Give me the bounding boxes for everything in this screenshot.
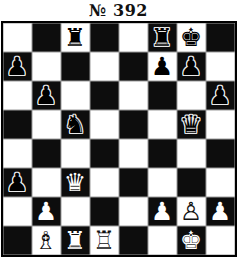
square-f8: ♜ (148, 23, 177, 52)
square-a1 (3, 226, 32, 255)
square-g7: ♟ (177, 52, 206, 81)
white-pawn-piece: ♟ (151, 197, 173, 226)
square-c4 (61, 139, 90, 168)
white-queen-piece: ♛ (64, 168, 86, 197)
square-g4 (177, 139, 206, 168)
square-b7 (32, 52, 61, 81)
square-d3 (90, 168, 119, 197)
black-rook-piece: ♜ (64, 23, 86, 52)
square-h2: ♟ (206, 197, 235, 226)
square-c6 (61, 81, 90, 110)
black-pawn-piece: ♟ (6, 168, 28, 197)
square-b3 (32, 168, 61, 197)
square-h4 (206, 139, 235, 168)
square-h8 (206, 23, 235, 52)
square-d7 (90, 52, 119, 81)
white-pawn-piece: ♙ (180, 197, 202, 226)
square-e8 (119, 23, 148, 52)
black-pawn-piece: ♟ (209, 81, 231, 110)
black-pawn-piece: ♟ (6, 52, 28, 81)
square-d1: ♖ (90, 226, 119, 255)
square-b6: ♟ (32, 81, 61, 110)
chess-puzzle-page: № 392 ♜♜♚♟♟♟♟♟♞♛♟♛♟♟♙♟♗♜♖♚ (0, 0, 237, 261)
square-f6 (148, 81, 177, 110)
square-e2 (119, 197, 148, 226)
square-c2 (61, 197, 90, 226)
square-e7 (119, 52, 148, 81)
square-c7 (61, 52, 90, 81)
square-a3: ♟ (3, 168, 32, 197)
square-h1 (206, 226, 235, 255)
square-h6: ♟ (206, 81, 235, 110)
square-g6 (177, 81, 206, 110)
square-a7: ♟ (3, 52, 32, 81)
square-f4 (148, 139, 177, 168)
square-a6 (3, 81, 32, 110)
square-g2: ♙ (177, 197, 206, 226)
black-queen-piece: ♛ (180, 110, 202, 139)
square-f3 (148, 168, 177, 197)
square-d5 (90, 110, 119, 139)
square-f7: ♟ (148, 52, 177, 81)
square-c8: ♜ (61, 23, 90, 52)
square-h5 (206, 110, 235, 139)
black-rook-piece: ♜ (151, 23, 173, 52)
square-a4 (3, 139, 32, 168)
square-d4 (90, 139, 119, 168)
square-f1 (148, 226, 177, 255)
white-rook-piece: ♜ (64, 226, 86, 255)
square-a8 (3, 23, 32, 52)
square-a5 (3, 110, 32, 139)
square-h7 (206, 52, 235, 81)
white-bishop-piece: ♗ (35, 226, 57, 255)
square-e4 (119, 139, 148, 168)
white-pawn-piece: ♟ (209, 197, 231, 226)
square-e1 (119, 226, 148, 255)
square-g8: ♚ (177, 23, 206, 52)
square-f2: ♟ (148, 197, 177, 226)
square-c3: ♛ (61, 168, 90, 197)
square-d2 (90, 197, 119, 226)
white-pawn-piece: ♟ (35, 197, 57, 226)
square-h3 (206, 168, 235, 197)
square-b4 (32, 139, 61, 168)
square-g1: ♚ (177, 226, 206, 255)
square-e6 (119, 81, 148, 110)
white-king-piece: ♚ (180, 226, 202, 255)
black-pawn-piece: ♟ (151, 52, 173, 81)
square-c1: ♜ (61, 226, 90, 255)
white-rook-piece: ♖ (93, 226, 115, 255)
square-g3 (177, 168, 206, 197)
square-c5: ♞ (61, 110, 90, 139)
square-b8 (32, 23, 61, 52)
black-pawn-piece: ♟ (35, 81, 57, 110)
square-a2 (3, 197, 32, 226)
puzzle-number-title: № 392 (0, 0, 237, 21)
black-pawn-piece: ♟ (180, 52, 202, 81)
black-knight-piece: ♞ (64, 110, 86, 139)
square-f5 (148, 110, 177, 139)
square-b5 (32, 110, 61, 139)
square-e3 (119, 168, 148, 197)
square-e5 (119, 110, 148, 139)
square-d6 (90, 81, 119, 110)
square-g5: ♛ (177, 110, 206, 139)
square-d8 (90, 23, 119, 52)
chess-board: ♜♜♚♟♟♟♟♟♞♛♟♛♟♟♙♟♗♜♖♚ (1, 21, 237, 257)
black-king-piece: ♚ (180, 23, 202, 52)
square-b1: ♗ (32, 226, 61, 255)
square-b2: ♟ (32, 197, 61, 226)
